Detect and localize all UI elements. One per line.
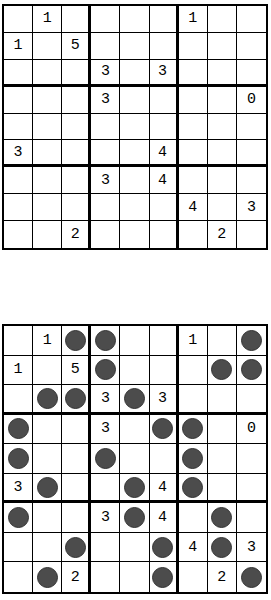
cell-r5c8[interactable] — [208, 444, 237, 474]
cell-r9c7[interactable] — [179, 562, 208, 592]
cell-r7c1[interactable] — [4, 503, 33, 533]
cell-r3c9[interactable] — [237, 60, 266, 87]
clue-number: 5 — [71, 38, 80, 53]
cell-r1c4[interactable] — [91, 326, 120, 356]
mine-icon — [65, 537, 86, 558]
cell-r6c9[interactable] — [237, 140, 266, 167]
cell-r1c1[interactable] — [4, 6, 33, 33]
clue-number: 3 — [14, 480, 23, 495]
cell-r8c3[interactable] — [62, 533, 91, 563]
cell-r1c2: 1 — [33, 326, 62, 356]
cell-r8c7: 4 — [179, 194, 208, 221]
mine-icon — [211, 507, 232, 528]
cell-r2c2[interactable] — [33, 356, 62, 386]
cell-r8c1[interactable] — [4, 533, 33, 563]
mine-icon — [211, 537, 232, 558]
cell-r1c3[interactable] — [62, 326, 91, 356]
cell-r7c4: 3 — [91, 503, 120, 533]
cell-r5c7[interactable] — [179, 444, 208, 474]
cell-r5c4[interactable] — [91, 444, 120, 474]
clue-number: 3 — [158, 64, 167, 79]
cell-r6c2[interactable] — [33, 474, 62, 504]
cell-r4c3[interactable] — [62, 415, 91, 445]
cell-r9c8: 2 — [208, 221, 237, 248]
cell-r9c1[interactable] — [4, 562, 33, 592]
clue-number: 1 — [43, 11, 52, 26]
cell-r8c8[interactable] — [208, 533, 237, 563]
cell-r2c9[interactable] — [237, 356, 266, 386]
cell-r4c1[interactable] — [4, 87, 33, 114]
cell-r8c1[interactable] — [4, 194, 33, 221]
mine-icon — [8, 448, 29, 469]
cell-r2c7[interactable] — [179, 33, 208, 60]
cell-r7c3[interactable] — [62, 167, 91, 194]
clue-number: 4 — [158, 480, 167, 495]
mine-icon — [241, 359, 262, 380]
cell-r1c5[interactable] — [120, 6, 149, 33]
cell-r4c7[interactable] — [179, 87, 208, 114]
cell-r4c5[interactable] — [120, 87, 149, 114]
clue-number: 2 — [71, 227, 80, 242]
cell-r6c6: 4 — [150, 140, 179, 167]
cell-r4c8[interactable] — [208, 415, 237, 445]
cell-r4c9: 0 — [237, 87, 266, 114]
cell-r7c7[interactable] — [179, 503, 208, 533]
cell-r7c9[interactable] — [237, 503, 266, 533]
cell-r5c6[interactable] — [150, 114, 179, 141]
cell-r3c1[interactable] — [4, 385, 33, 415]
mine-icon — [65, 388, 86, 409]
cell-r1c7: 1 — [179, 6, 208, 33]
cell-r2c6[interactable] — [150, 356, 179, 386]
clue-number: 2 — [71, 570, 80, 585]
cell-r6c1: 3 — [4, 474, 33, 504]
cell-r8c3[interactable] — [62, 194, 91, 221]
cell-r1c8[interactable] — [208, 6, 237, 33]
cell-r1c4[interactable] — [91, 6, 120, 33]
cell-r2c3: 5 — [62, 33, 91, 60]
cell-r8c4[interactable] — [91, 194, 120, 221]
cell-r7c6: 4 — [150, 503, 179, 533]
cell-r9c7[interactable] — [179, 221, 208, 248]
cell-r7c7[interactable] — [179, 167, 208, 194]
cell-r5c7[interactable] — [179, 114, 208, 141]
cell-r2c1: 1 — [4, 356, 33, 386]
cell-r6c2[interactable] — [33, 140, 62, 167]
mine-icon — [37, 567, 58, 588]
cell-r2c5[interactable] — [120, 33, 149, 60]
clue-number: 3 — [101, 421, 110, 436]
clue-number: 0 — [247, 92, 256, 107]
cell-r2c4[interactable] — [91, 33, 120, 60]
cell-r3c7[interactable] — [179, 60, 208, 87]
mine-icon — [124, 507, 145, 528]
mine-icon — [124, 388, 145, 409]
cell-r3c6: 3 — [150, 385, 179, 415]
cell-r5c3[interactable] — [62, 444, 91, 474]
mine-icon — [95, 330, 116, 351]
cell-r3c3[interactable] — [62, 60, 91, 87]
cell-r5c1[interactable] — [4, 444, 33, 474]
clue-number: 0 — [247, 421, 256, 436]
cell-r2c5[interactable] — [120, 356, 149, 386]
cell-r2c3: 5 — [62, 356, 91, 386]
clue-number: 4 — [188, 200, 197, 215]
clue-number: 3 — [101, 510, 110, 525]
cell-r1c3[interactable] — [62, 6, 91, 33]
mine-icon — [95, 359, 116, 380]
mine-icon — [152, 567, 173, 588]
cell-r6c4[interactable] — [91, 474, 120, 504]
cell-r7c1[interactable] — [4, 167, 33, 194]
clue-number: 3 — [101, 173, 110, 188]
cell-r5c4[interactable] — [91, 114, 120, 141]
cell-r5c6[interactable] — [150, 444, 179, 474]
cell-r3c5[interactable] — [120, 60, 149, 87]
cell-r4c7[interactable] — [179, 415, 208, 445]
cell-r7c8[interactable] — [208, 503, 237, 533]
mine-icon — [211, 359, 232, 380]
cell-r3c7[interactable] — [179, 385, 208, 415]
cell-r4c6[interactable] — [150, 87, 179, 114]
cell-r7c5[interactable] — [120, 503, 149, 533]
cell-r4c6[interactable] — [150, 415, 179, 445]
cell-r8c2[interactable] — [33, 194, 62, 221]
clue-number: 3 — [247, 200, 256, 215]
cell-r2c6[interactable] — [150, 33, 179, 60]
clue-number: 1 — [43, 333, 52, 348]
cell-r1c7: 1 — [179, 326, 208, 356]
clue-number: 4 — [158, 510, 167, 525]
clue-number: 3 — [101, 391, 110, 406]
cell-r9c9[interactable] — [237, 221, 266, 248]
mine-icon — [241, 330, 262, 351]
cell-r7c6: 4 — [150, 167, 179, 194]
cell-r9c8: 2 — [208, 562, 237, 592]
cell-r2c4[interactable] — [91, 356, 120, 386]
cell-r6c7[interactable] — [179, 474, 208, 504]
cell-r9c2[interactable] — [33, 562, 62, 592]
mine-icon — [8, 418, 29, 439]
cell-r1c5[interactable] — [120, 326, 149, 356]
cell-r4c2[interactable] — [33, 87, 62, 114]
cell-r7c5[interactable] — [120, 167, 149, 194]
cell-r5c5[interactable] — [120, 114, 149, 141]
clue-number: 4 — [188, 540, 197, 555]
cell-r8c8[interactable] — [208, 194, 237, 221]
cell-r6c1: 3 — [4, 140, 33, 167]
cell-r2c1: 1 — [4, 33, 33, 60]
cell-r5c9[interactable] — [237, 444, 266, 474]
cell-r4c2[interactable] — [33, 415, 62, 445]
cell-r9c5[interactable] — [120, 562, 149, 592]
mine-icon — [182, 418, 203, 439]
cell-r6c3[interactable] — [62, 474, 91, 504]
clue-number: 3 — [158, 391, 167, 406]
cell-r4c4: 3 — [91, 415, 120, 445]
cell-r1c9[interactable] — [237, 6, 266, 33]
puzzle-board: 1115333034344322 — [2, 4, 268, 250]
cell-r8c5[interactable] — [120, 533, 149, 563]
cell-r7c2[interactable] — [33, 167, 62, 194]
cell-r5c8[interactable] — [208, 114, 237, 141]
cell-r7c2[interactable] — [33, 503, 62, 533]
cell-r4c8[interactable] — [208, 87, 237, 114]
cell-r1c6[interactable] — [150, 326, 179, 356]
cell-r7c4: 3 — [91, 167, 120, 194]
clue-number: 1 — [14, 38, 23, 53]
cell-r1c2: 1 — [33, 6, 62, 33]
clue-number: 3 — [14, 145, 23, 160]
cell-r8c9: 3 — [237, 533, 266, 563]
clue-number: 5 — [71, 362, 80, 377]
cell-r4c5[interactable] — [120, 415, 149, 445]
clue-number: 3 — [101, 64, 110, 79]
cell-r3c4: 3 — [91, 385, 120, 415]
clue-number: 4 — [158, 145, 167, 160]
mine-icon — [37, 388, 58, 409]
cell-r9c6[interactable] — [150, 221, 179, 248]
cell-r9c6[interactable] — [150, 562, 179, 592]
cell-r6c3[interactable] — [62, 140, 91, 167]
cell-r1c8[interactable] — [208, 326, 237, 356]
cell-r8c6[interactable] — [150, 533, 179, 563]
cell-r6c5[interactable] — [120, 474, 149, 504]
clue-number: 1 — [188, 11, 197, 26]
cell-r4c1[interactable] — [4, 415, 33, 445]
cell-r5c9[interactable] — [237, 114, 266, 141]
clue-number: 2 — [217, 227, 226, 242]
cell-r6c9[interactable] — [237, 474, 266, 504]
cell-r3c8[interactable] — [208, 385, 237, 415]
clue-number: 2 — [217, 570, 226, 585]
mine-icon — [95, 448, 116, 469]
cell-r2c7[interactable] — [179, 356, 208, 386]
cell-r3c2[interactable] — [33, 385, 62, 415]
cell-r3c2[interactable] — [33, 60, 62, 87]
cell-r5c2[interactable] — [33, 114, 62, 141]
cell-r7c9[interactable] — [237, 167, 266, 194]
cell-r8c6[interactable] — [150, 194, 179, 221]
clue-number: 1 — [188, 333, 197, 348]
cell-r8c5[interactable] — [120, 194, 149, 221]
mine-icon — [37, 477, 58, 498]
cell-r2c8[interactable] — [208, 356, 237, 386]
cell-r9c4[interactable] — [91, 221, 120, 248]
cell-r6c8[interactable] — [208, 474, 237, 504]
cell-r4c9: 0 — [237, 415, 266, 445]
mine-icon — [152, 537, 173, 558]
cell-r6c6: 4 — [150, 474, 179, 504]
mine-icon — [182, 477, 203, 498]
cell-r9c4[interactable] — [91, 562, 120, 592]
cell-r8c9: 3 — [237, 194, 266, 221]
cell-r6c7[interactable] — [179, 140, 208, 167]
cell-r2c9[interactable] — [237, 33, 266, 60]
cell-r9c5[interactable] — [120, 221, 149, 248]
clue-number: 3 — [247, 540, 256, 555]
mine-icon — [152, 418, 173, 439]
solution-board: 1115333034344322 — [2, 324, 268, 594]
mine-icon — [65, 330, 86, 351]
cell-r2c8[interactable] — [208, 33, 237, 60]
cell-r9c3: 2 — [62, 221, 91, 248]
mine-icon — [182, 448, 203, 469]
cell-r3c6: 3 — [150, 60, 179, 87]
cell-r5c3[interactable] — [62, 114, 91, 141]
mine-icon — [124, 477, 145, 498]
cell-r9c9[interactable] — [237, 562, 266, 592]
cell-r6c8[interactable] — [208, 140, 237, 167]
cell-r1c6[interactable] — [150, 6, 179, 33]
cell-r8c7: 4 — [179, 533, 208, 563]
cell-r9c3: 2 — [62, 562, 91, 592]
cell-r3c3[interactable] — [62, 385, 91, 415]
mine-icon — [241, 567, 262, 588]
cell-r3c9[interactable] — [237, 385, 266, 415]
cell-r8c4[interactable] — [91, 533, 120, 563]
cell-r9c1[interactable] — [4, 221, 33, 248]
mine-icon — [8, 507, 29, 528]
cell-r4c3[interactable] — [62, 87, 91, 114]
cell-r2c2[interactable] — [33, 33, 62, 60]
cell-r3c5[interactable] — [120, 385, 149, 415]
clue-number: 1 — [14, 362, 23, 377]
cell-r5c5[interactable] — [120, 444, 149, 474]
cell-r7c8[interactable] — [208, 167, 237, 194]
cell-r3c4: 3 — [91, 60, 120, 87]
cell-r6c5[interactable] — [120, 140, 149, 167]
cell-r9c2[interactable] — [33, 221, 62, 248]
clue-number: 3 — [101, 92, 110, 107]
cell-r5c2[interactable] — [33, 444, 62, 474]
cell-r3c1[interactable] — [4, 60, 33, 87]
cell-r5c1[interactable] — [4, 114, 33, 141]
cell-r4c4: 3 — [91, 87, 120, 114]
cell-r8c2[interactable] — [33, 533, 62, 563]
cell-r3c8[interactable] — [208, 60, 237, 87]
clue-number: 4 — [158, 173, 167, 188]
cell-r7c3[interactable] — [62, 503, 91, 533]
cell-r1c1[interactable] — [4, 326, 33, 356]
cell-r1c9[interactable] — [237, 326, 266, 356]
cell-r6c4[interactable] — [91, 140, 120, 167]
